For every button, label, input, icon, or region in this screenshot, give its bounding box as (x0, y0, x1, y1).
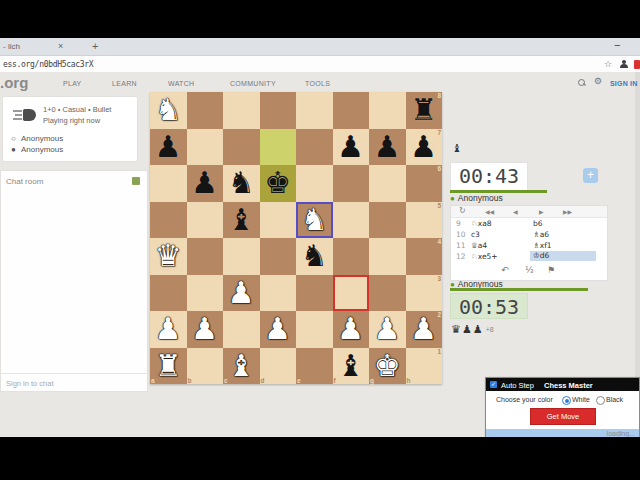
file-label: c (224, 377, 228, 384)
square-e7[interactable] (296, 129, 333, 166)
square-d6[interactable]: ♚ (260, 165, 297, 202)
move-row: 12 ♘xe5+ ♔d6 (451, 251, 607, 262)
prev-move-icon[interactable]: ◀ (513, 208, 518, 215)
tab-close-icon[interactable]: × (58, 41, 63, 51)
white-pawn-d2[interactable]: ♟ (260, 310, 297, 347)
url-text[interactable]: ess.org/n0bdH5cac3rX (3, 60, 93, 69)
black-king-d6[interactable]: ♚ (260, 164, 297, 201)
chat-toggle[interactable] (132, 177, 140, 185)
chat-title: Chat room (6, 177, 43, 186)
browser-window: - lich × + − ess.org/n0bdH5cac3rX ☆ .org… (0, 38, 640, 437)
file-label: g (370, 377, 374, 384)
rank-label: 1 (437, 348, 441, 355)
site-header: .org PLAY LEARN WATCH COMMUNITY TOOLS ⚙ … (0, 72, 640, 94)
clock-white: 00:53 (450, 293, 528, 319)
captured-queen: ♛ (451, 323, 461, 336)
replay-controls: ↻ ◀◀ ◀ ▶ ▶▶ (451, 206, 607, 218)
square-a3[interactable] (150, 275, 187, 312)
takeback-icon[interactable]: ↶ (501, 265, 509, 275)
square-b3[interactable] (187, 275, 224, 312)
move-white[interactable]: ♕a4 (471, 241, 529, 250)
square-c2[interactable] (223, 311, 260, 348)
square-a1[interactable]: ♜a (150, 348, 187, 385)
chess-master-extension-panel: ✓ Auto Step Chess Master Choose your col… (485, 377, 640, 437)
square-c8[interactable] (223, 92, 260, 129)
black-knight-c6[interactable]: ♞ (223, 164, 260, 201)
captured-tray-white: ♛♟♟+8 (451, 319, 494, 331)
move-number: 9 (456, 219, 461, 228)
square-f1[interactable]: ♝f (333, 348, 370, 385)
flip-board-icon[interactable]: ↻ (459, 206, 466, 215)
black-pawn-a7[interactable]: ♟ (150, 128, 187, 165)
captured-pawn: ♟ (462, 323, 472, 336)
square-d3[interactable] (260, 275, 297, 312)
square-f6[interactable] (333, 165, 370, 202)
black-pawn-f7[interactable]: ♟ (333, 128, 370, 165)
square-e2[interactable] (296, 311, 333, 348)
square-h6[interactable]: 6 (406, 165, 443, 202)
square-h8[interactable]: ♜8 (406, 92, 443, 129)
file-label: b (188, 377, 192, 384)
square-g2[interactable]: ♟ (369, 311, 406, 348)
move-black[interactable]: ♗xf1 (533, 241, 593, 250)
player-name: Anonymous (21, 145, 63, 154)
black-knight-e4[interactable]: ♞ (296, 237, 333, 274)
square-f4[interactable] (333, 238, 370, 275)
file-label: e (297, 377, 301, 384)
file-label: f (334, 377, 336, 384)
extension-titlebar: ✓ Auto Step Chess Master (486, 378, 639, 391)
move-white[interactable]: ♘xe5+ (471, 252, 529, 261)
white-pawn-g2[interactable]: ♟ (369, 310, 406, 347)
give-time-button[interactable]: + (583, 168, 598, 183)
black-bishop-f1[interactable]: ♝ (333, 347, 370, 384)
white-knight-a8[interactable]: ♞ (150, 91, 187, 128)
search-icon[interactable] (578, 79, 586, 87)
file-label: h (407, 377, 411, 384)
square-h5[interactable]: 5 (406, 202, 443, 239)
draw-offer-icon[interactable]: ½ (525, 265, 534, 275)
clock-white-time: 00:53 (451, 295, 527, 319)
nav-community[interactable]: COMMUNITY (230, 80, 276, 87)
captured-pawn: ♟ (473, 323, 483, 336)
tab-bar: - lich × + − (0, 38, 640, 56)
square-g8[interactable] (369, 92, 406, 129)
player-name: Anonymous (21, 134, 63, 143)
white-knight-e5[interactable]: ♞ (296, 201, 333, 238)
white-king-g1[interactable]: ♚ (369, 347, 406, 384)
square-h7[interactable]: ♟7 (406, 129, 443, 166)
chat-input-row[interactable]: Sign in to chat (1, 373, 147, 392)
white-pawn-f2[interactable]: ♟ (333, 310, 370, 347)
move-black[interactable]: b6 (533, 219, 593, 228)
white-rook-a1[interactable]: ♜ (150, 347, 187, 384)
square-f7[interactable]: ♟ (333, 129, 370, 166)
square-d4[interactable] (260, 238, 297, 275)
clock-black-time: 00:43 (451, 164, 527, 188)
radio-black-label[interactable]: Black (606, 396, 623, 403)
rank-label: 3 (437, 275, 441, 282)
move-white[interactable]: c3 (471, 230, 529, 239)
rank-label: 4 (437, 238, 441, 245)
white-pawn-b2[interactable]: ♟ (187, 310, 224, 347)
square-g6[interactable] (369, 165, 406, 202)
bullet-icon (13, 107, 37, 123)
clock-black: 00:43 (450, 162, 528, 191)
square-e1[interactable]: e (296, 348, 333, 385)
nav-tools[interactable]: TOOLS (305, 80, 330, 87)
bookmark-star-icon[interactable]: ☆ (604, 59, 612, 69)
loading-status: loading... (607, 430, 635, 437)
captured-bishop: ♝ (452, 142, 462, 155)
square-b2[interactable]: ♟ (187, 311, 224, 348)
nav-play[interactable]: PLAY (63, 80, 82, 87)
radio-white[interactable] (562, 396, 571, 405)
url-bar[interactable]: ess.org/n0bdH5cac3rX ☆ (0, 56, 640, 73)
game-status: Playing right now (43, 116, 100, 125)
square-c7[interactable] (223, 129, 260, 166)
square-d5[interactable] (260, 202, 297, 239)
player-black-row: ●Anonymous (450, 193, 503, 203)
meta-player-black: ●Anonymous (11, 145, 63, 154)
square-b7[interactable] (187, 129, 224, 166)
move-row: 11 ♕a4 ♗xf1 (451, 240, 607, 251)
move-list-panel: ↻ ◀◀ ◀ ▶ ▶▶ 9 ♘xa8 b6 10 c3 ♗a6 11 ♕a4 ♗… (450, 205, 608, 281)
square-a6[interactable] (150, 165, 187, 202)
black-bishop-c5[interactable]: ♝ (223, 201, 260, 238)
square-a2[interactable]: ♟ (150, 311, 187, 348)
square-c5[interactable]: ♝ (223, 202, 260, 239)
first-move-icon[interactable]: ◀◀ (485, 208, 494, 215)
square-h3[interactable]: 3 (406, 275, 443, 312)
black-pawn-b6[interactable]: ♟ (187, 164, 224, 201)
square-f8[interactable] (333, 92, 370, 129)
lichess-page: .org PLAY LEARN WATCH COMMUNITY TOOLS ⚙ … (0, 72, 640, 437)
chat-input-placeholder[interactable]: Sign in to chat (6, 379, 54, 388)
auto-step-label: Auto Step (501, 381, 534, 390)
move-row: 10 c3 ♗a6 (451, 229, 607, 240)
black-marker: ● (11, 145, 21, 154)
move-number: 10 (456, 230, 466, 239)
sign-in-button[interactable]: SIGN IN (610, 80, 637, 87)
rank-label: 7 (437, 129, 441, 136)
radio-white-label[interactable]: White (572, 396, 590, 403)
file-label: a (151, 377, 155, 384)
game-meta-card: 1+0 • Casual • Bullet Playing right now … (2, 96, 138, 162)
black-pawn-g7[interactable]: ♟ (369, 128, 406, 165)
move-row: 9 ♘xa8 b6 (451, 218, 607, 229)
online-dot: ● (450, 194, 455, 203)
chat-panel: Chat room Sign in to chat (0, 170, 148, 392)
square-b4[interactable] (187, 238, 224, 275)
square-g5[interactable] (369, 202, 406, 239)
player-black-name[interactable]: Anonymous (458, 193, 503, 203)
square-h2[interactable]: ♟2 (406, 311, 443, 348)
square-a8[interactable]: ♞ (150, 92, 187, 129)
white-bishop-c1[interactable]: ♝ (223, 347, 260, 384)
square-g4[interactable] (369, 238, 406, 275)
square-a5[interactable] (150, 202, 187, 239)
extension-title: Chess Master (544, 381, 593, 390)
captured-tray-black: ♝ (452, 141, 463, 155)
square-d2[interactable]: ♟ (260, 311, 297, 348)
extension-status-bar: loading... (486, 429, 639, 437)
white-pawn-a2[interactable]: ♟ (150, 310, 187, 347)
move-black-current[interactable]: ♔d6 (530, 251, 596, 261)
square-c6[interactable]: ♞ (223, 165, 260, 202)
square-g7[interactable]: ♟ (369, 129, 406, 166)
game-time-control: 1+0 • Casual • Bullet (43, 105, 111, 114)
next-move-icon[interactable]: ▶ (539, 208, 544, 215)
move-number: 12 (456, 252, 466, 261)
move-black[interactable]: ♗a6 (533, 230, 593, 239)
auto-step-checkbox[interactable]: ✓ (490, 381, 497, 388)
last-move-icon[interactable]: ▶▶ (563, 208, 572, 215)
minimize-button[interactable]: − (614, 39, 620, 51)
rank-label: 5 (437, 202, 441, 209)
nav-watch[interactable]: WATCH (168, 80, 194, 87)
profile-icon[interactable] (620, 60, 628, 68)
square-d8[interactable] (260, 92, 297, 129)
square-f3[interactable] (333, 275, 370, 312)
lichess-logo[interactable]: .org (0, 74, 28, 91)
rank-label: 8 (437, 92, 441, 99)
square-h1[interactable]: 1h (406, 348, 443, 385)
square-c3[interactable]: ♟ (223, 275, 260, 312)
chess-board: ♞♜8♟♟♟♟7♟♞♚6♝♞5♛♞4♟3♟♟♟♟♟♟2♜ab♝cde♝f♚g1h (150, 92, 442, 384)
square-e3[interactable] (296, 275, 333, 312)
square-b6[interactable]: ♟ (187, 165, 224, 202)
square-b5[interactable] (187, 202, 224, 239)
square-e6[interactable] (296, 165, 333, 202)
white-pawn-c3[interactable]: ♟ (223, 274, 260, 311)
radio-black[interactable] (596, 396, 605, 405)
square-f5[interactable] (333, 202, 370, 239)
square-c4[interactable] (223, 238, 260, 275)
meta-player-white: ○Anonymous (11, 134, 63, 143)
move-number: 11 (456, 241, 466, 250)
rank-label: 6 (437, 165, 441, 172)
game-actions: ↶ ½ ⚑ (451, 263, 607, 279)
move-white[interactable]: ♘xa8 (471, 219, 529, 228)
file-label: d (261, 377, 265, 384)
square-e8[interactable] (296, 92, 333, 129)
tab-title[interactable]: - lich (3, 42, 20, 51)
material-advantage: +8 (486, 326, 494, 333)
square-g3[interactable] (369, 275, 406, 312)
square-a7[interactable]: ♟ (150, 129, 187, 166)
square-h4[interactable]: 4 (406, 238, 443, 275)
square-a4[interactable]: ♛ (150, 238, 187, 275)
square-e5[interactable]: ♞ (296, 202, 333, 239)
square-b1[interactable]: b (187, 348, 224, 385)
resign-flag-icon[interactable]: ⚑ (547, 265, 555, 275)
extension-icon[interactable] (634, 60, 640, 69)
square-c1[interactable]: ♝c (223, 348, 260, 385)
gear-icon[interactable]: ⚙ (594, 76, 602, 86)
square-b8[interactable] (187, 92, 224, 129)
white-marker: ○ (11, 134, 21, 143)
square-d1[interactable]: d (260, 348, 297, 385)
square-f2[interactable]: ♟ (333, 311, 370, 348)
new-tab-button[interactable]: + (92, 40, 98, 52)
square-d7[interactable] (260, 129, 297, 166)
square-g1[interactable]: ♚g (369, 348, 406, 385)
rank-label: 2 (437, 311, 441, 318)
white-queen-a4[interactable]: ♛ (150, 237, 187, 274)
get-move-button[interactable]: Get Move (530, 408, 596, 425)
time-bar-white (450, 288, 588, 291)
nav-learn[interactable]: LEARN (112, 80, 137, 87)
color-prompt: Choose your color (496, 396, 553, 403)
square-e4[interactable]: ♞ (296, 238, 333, 275)
